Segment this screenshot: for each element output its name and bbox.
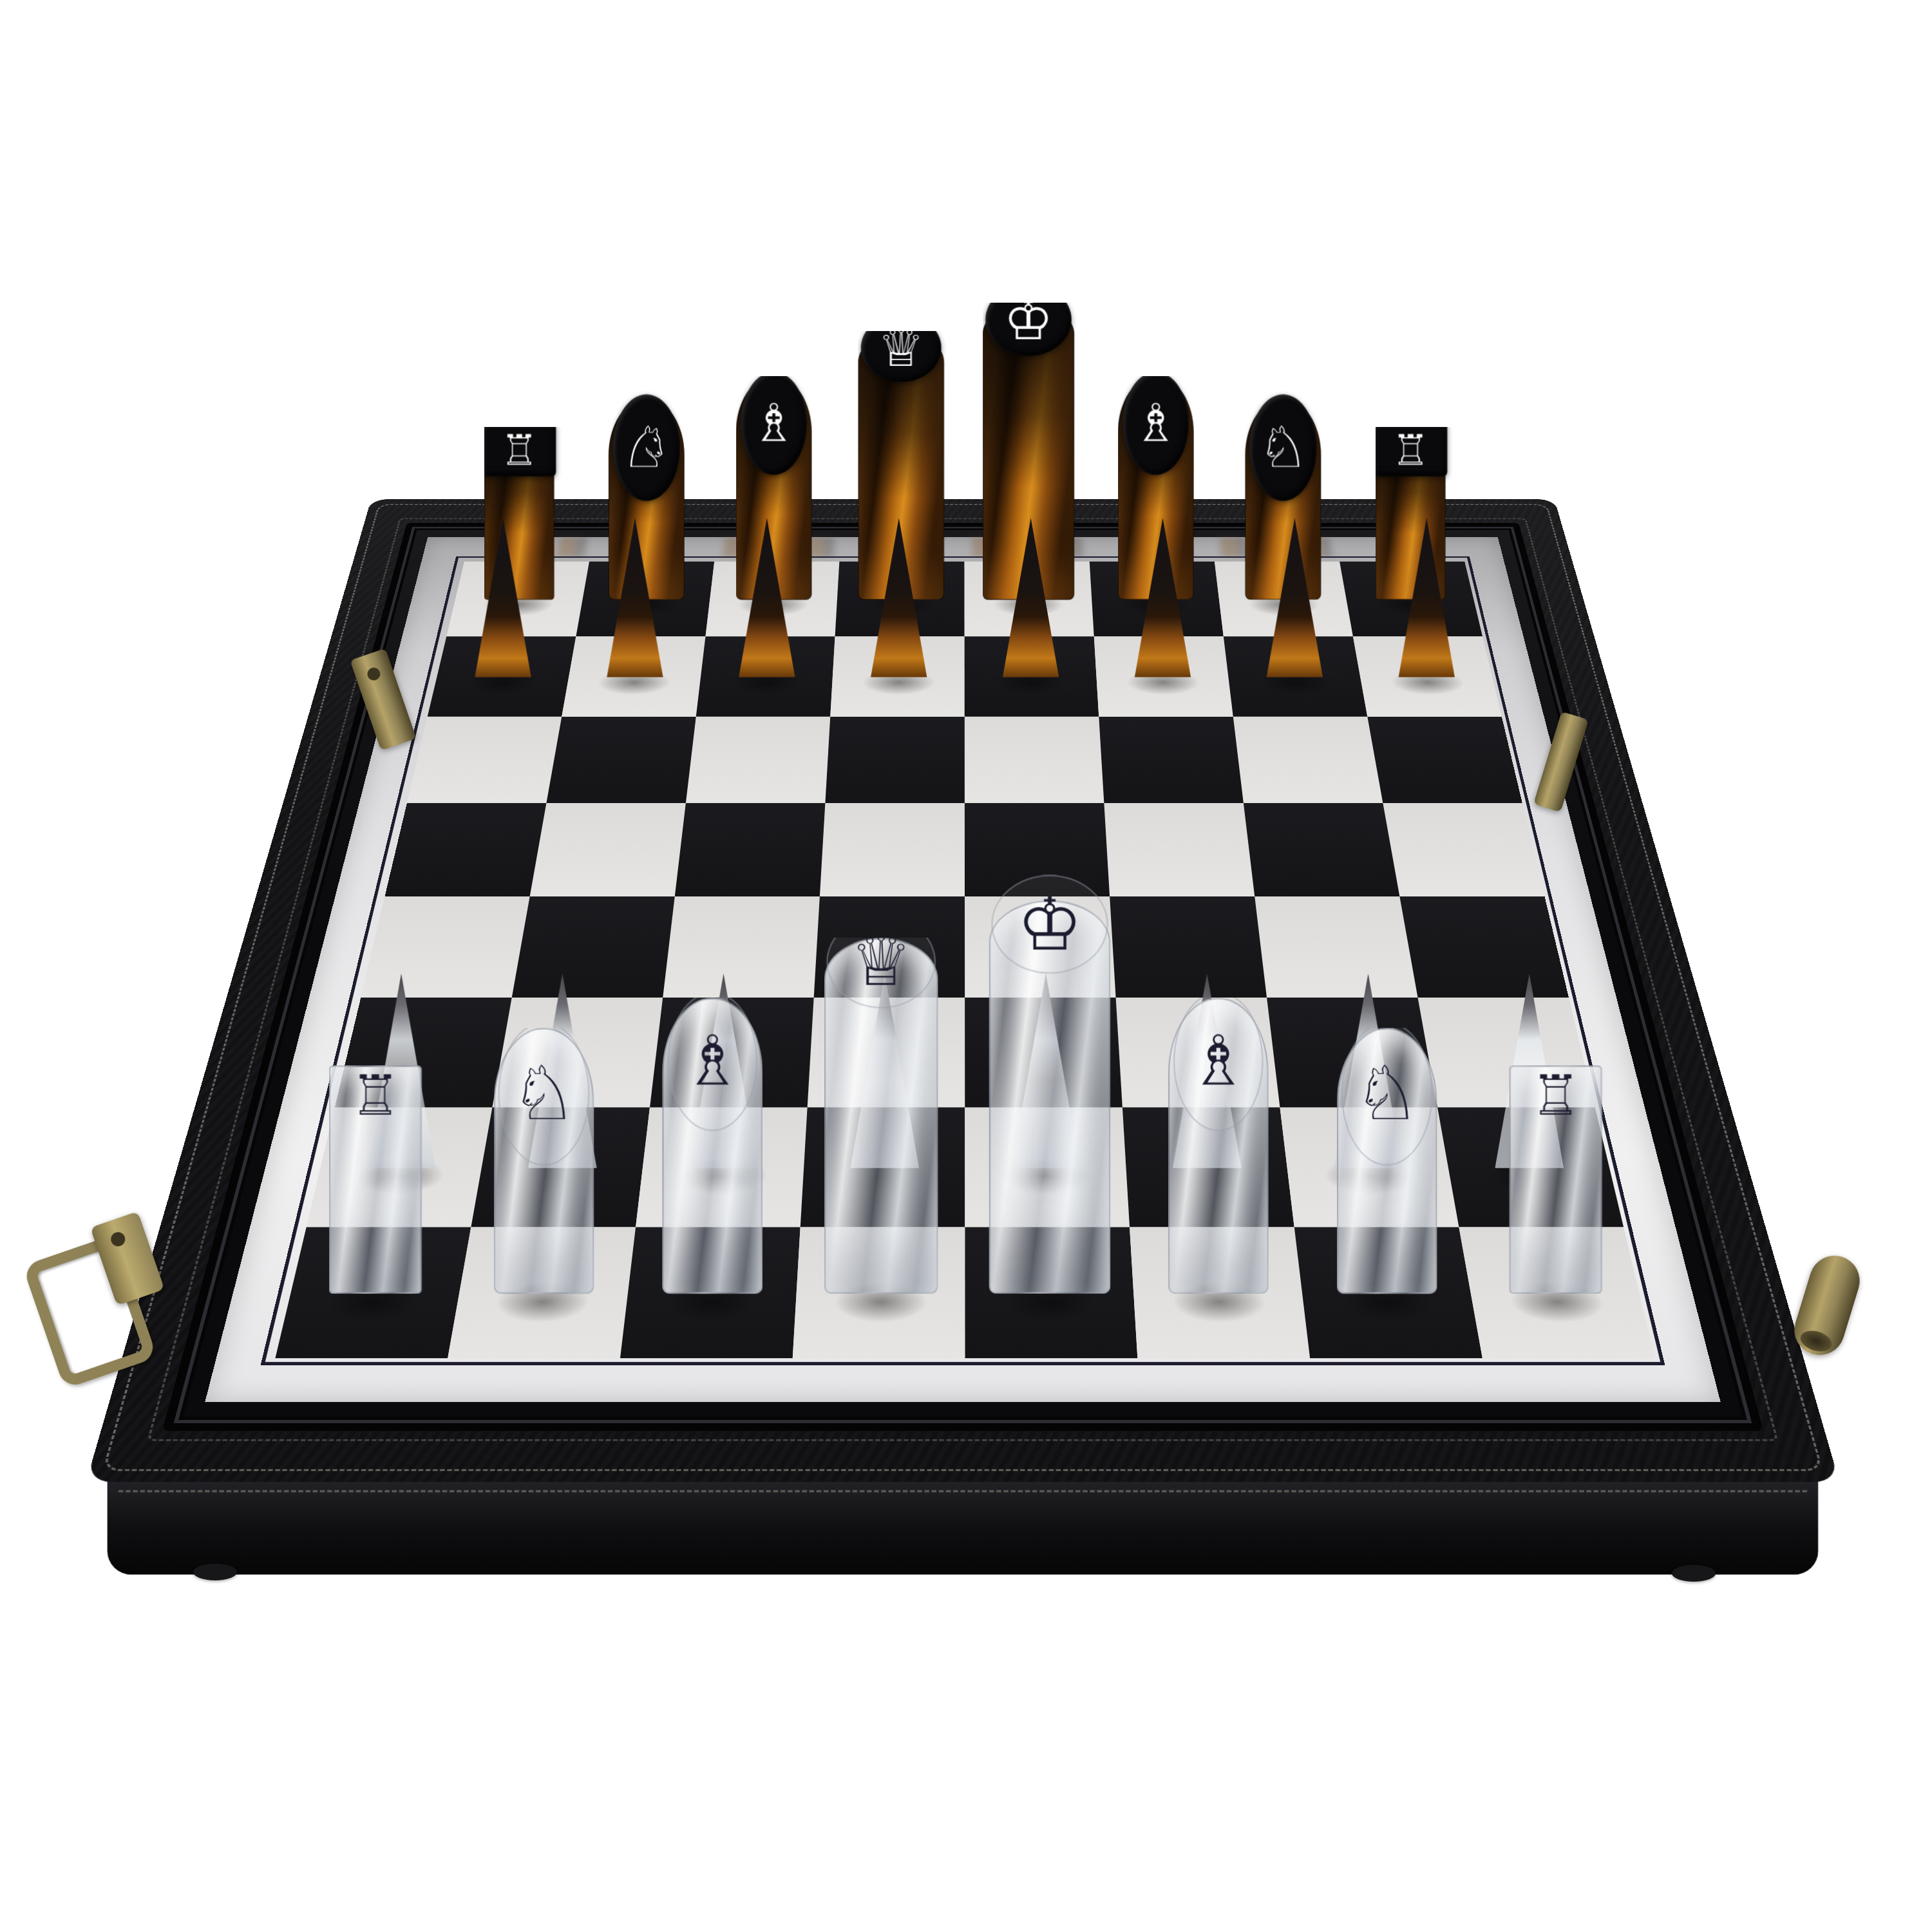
piece-white-queen[interactable]: ♕ bbox=[824, 938, 938, 1294]
rook-icon: ♖ bbox=[1530, 1067, 1580, 1122]
piece-black-pawn[interactable] bbox=[468, 518, 538, 677]
bishop-icon: ♗ bbox=[750, 397, 797, 450]
square-d7[interactable] bbox=[830, 636, 965, 717]
square-a6[interactable] bbox=[407, 717, 562, 803]
knight-icon-cap: ♘ bbox=[498, 1022, 589, 1166]
square-d5[interactable] bbox=[820, 803, 965, 896]
piece-white-rook[interactable]: ♖ bbox=[328, 1065, 421, 1294]
piece-white-knight[interactable]: ♘ bbox=[493, 1028, 594, 1294]
knight-icon-cap: ♘ bbox=[613, 394, 680, 500]
square-b1[interactable]: ♘ bbox=[448, 1227, 636, 1359]
king-icon: ♔ bbox=[1016, 887, 1082, 961]
piece-white-knight[interactable]: ♘ bbox=[1336, 1028, 1437, 1294]
square-d1[interactable]: ♕ bbox=[793, 1227, 965, 1359]
square-a1[interactable]: ♖ bbox=[275, 1227, 471, 1359]
bishop-icon: ♗ bbox=[1132, 397, 1179, 450]
rook-icon-cap: ♖ bbox=[482, 422, 556, 476]
square-f5[interactable] bbox=[1104, 803, 1255, 896]
rook-icon-cap: ♖ bbox=[1374, 422, 1447, 476]
pawn-body bbox=[1127, 518, 1197, 677]
pawn-body bbox=[468, 518, 538, 677]
square-g5[interactable] bbox=[1244, 803, 1399, 896]
knight-icon-cap: ♘ bbox=[1341, 1022, 1432, 1166]
leather-case: ♖♘♗♕♔♗♘♖♖♘♗♕♔♗♘♖ bbox=[86, 499, 1839, 1482]
piece-white-rook[interactable]: ♖ bbox=[1509, 1065, 1602, 1294]
square-h5[interactable] bbox=[1383, 803, 1544, 896]
square-g7[interactable] bbox=[1224, 636, 1367, 717]
bishop-icon-cap: ♗ bbox=[1122, 372, 1188, 475]
queen-icon: ♕ bbox=[878, 322, 924, 374]
bishop-icon-cap: ♗ bbox=[1173, 992, 1263, 1131]
pawn-body bbox=[732, 518, 802, 677]
border-pinstripe: ♖♘♗♕♔♗♘♖♖♘♗♕♔♗♘♖ bbox=[261, 556, 1665, 1365]
inner-frame: ♖♘♗♕♔♗♘♖♖♘♗♕♔♗♘♖ bbox=[162, 523, 1763, 1431]
knight-icon: ♘ bbox=[510, 1056, 577, 1131]
case-foot-right bbox=[1672, 1565, 1716, 1582]
piece-white-king[interactable]: ♔ bbox=[989, 900, 1110, 1294]
piece-black-pawn[interactable] bbox=[996, 518, 1066, 677]
knight-icon-cap: ♘ bbox=[1249, 394, 1316, 500]
knight-icon: ♘ bbox=[621, 419, 672, 476]
square-g1[interactable]: ♘ bbox=[1294, 1227, 1482, 1359]
rook-icon-cap: ♖ bbox=[326, 1059, 423, 1131]
square-d6[interactable] bbox=[825, 717, 964, 803]
square-c7[interactable] bbox=[696, 636, 835, 717]
piece-black-pawn[interactable] bbox=[1127, 518, 1197, 677]
right-barrel-hinge-icon bbox=[1788, 1249, 1866, 1361]
king-icon: ♔ bbox=[1003, 292, 1053, 347]
bishop-icon-cap: ♗ bbox=[741, 372, 806, 475]
square-e6[interactable] bbox=[965, 717, 1104, 803]
bishop-icon: ♗ bbox=[1187, 1027, 1249, 1096]
knight-icon: ♘ bbox=[1258, 419, 1309, 476]
square-c6[interactable] bbox=[686, 717, 830, 803]
pawn-body bbox=[1259, 518, 1329, 677]
square-h1[interactable]: ♖ bbox=[1459, 1227, 1654, 1359]
piece-black-pawn[interactable] bbox=[600, 518, 670, 677]
rook-icon: ♖ bbox=[500, 429, 537, 471]
queen-icon-cap: ♕ bbox=[860, 314, 941, 382]
pawn-body bbox=[600, 518, 670, 677]
square-b6[interactable] bbox=[546, 717, 696, 803]
piece-black-pawn[interactable] bbox=[1391, 518, 1461, 677]
queen-icon-cap: ♕ bbox=[826, 915, 936, 1008]
piece-black-pawn[interactable] bbox=[864, 518, 934, 677]
square-f1[interactable]: ♗ bbox=[1130, 1227, 1310, 1359]
square-f7[interactable] bbox=[1094, 636, 1233, 717]
pawn-body bbox=[864, 518, 934, 677]
bishop-icon: ♗ bbox=[681, 1027, 743, 1096]
square-e7[interactable] bbox=[965, 636, 1099, 717]
piece-white-bishop[interactable]: ♗ bbox=[1168, 998, 1268, 1294]
queen-icon: ♕ bbox=[850, 927, 912, 996]
piece-black-pawn[interactable] bbox=[1259, 518, 1329, 677]
case-side-edge bbox=[108, 1481, 1819, 1575]
bishop-icon-cap: ♗ bbox=[667, 992, 757, 1131]
king-icon-cap: ♔ bbox=[985, 283, 1072, 355]
square-c1[interactable]: ♗ bbox=[620, 1227, 800, 1359]
square-c5[interactable] bbox=[675, 803, 826, 896]
case-foot-left bbox=[193, 1564, 237, 1580]
board-margin: ♖♘♗♕♔♗♘♖♖♘♗♕♔♗♘♖ bbox=[205, 537, 1721, 1402]
king-icon-cap: ♔ bbox=[991, 875, 1108, 974]
chess-board: ♖♘♗♕♔♗♘♖♖♘♗♕♔♗♘♖ bbox=[275, 562, 1654, 1358]
pawn-body bbox=[996, 518, 1066, 677]
piece-black-pawn[interactable] bbox=[732, 518, 802, 677]
knight-icon: ♘ bbox=[1353, 1056, 1420, 1131]
square-h7[interactable] bbox=[1353, 636, 1502, 717]
square-a7[interactable] bbox=[428, 636, 576, 717]
square-a5[interactable] bbox=[385, 803, 547, 896]
square-f6[interactable] bbox=[1099, 717, 1244, 803]
square-h6[interactable] bbox=[1367, 717, 1522, 803]
piece-white-bishop[interactable]: ♗ bbox=[662, 998, 762, 1294]
rook-icon-cap: ♖ bbox=[1506, 1059, 1604, 1131]
square-g6[interactable] bbox=[1233, 717, 1383, 803]
square-e1[interactable]: ♔ bbox=[965, 1227, 1137, 1359]
pawn-body bbox=[1391, 518, 1461, 677]
square-b7[interactable] bbox=[562, 636, 705, 717]
rook-icon: ♖ bbox=[1391, 429, 1428, 471]
square-b5[interactable] bbox=[530, 803, 686, 896]
rook-icon: ♖ bbox=[350, 1067, 399, 1122]
